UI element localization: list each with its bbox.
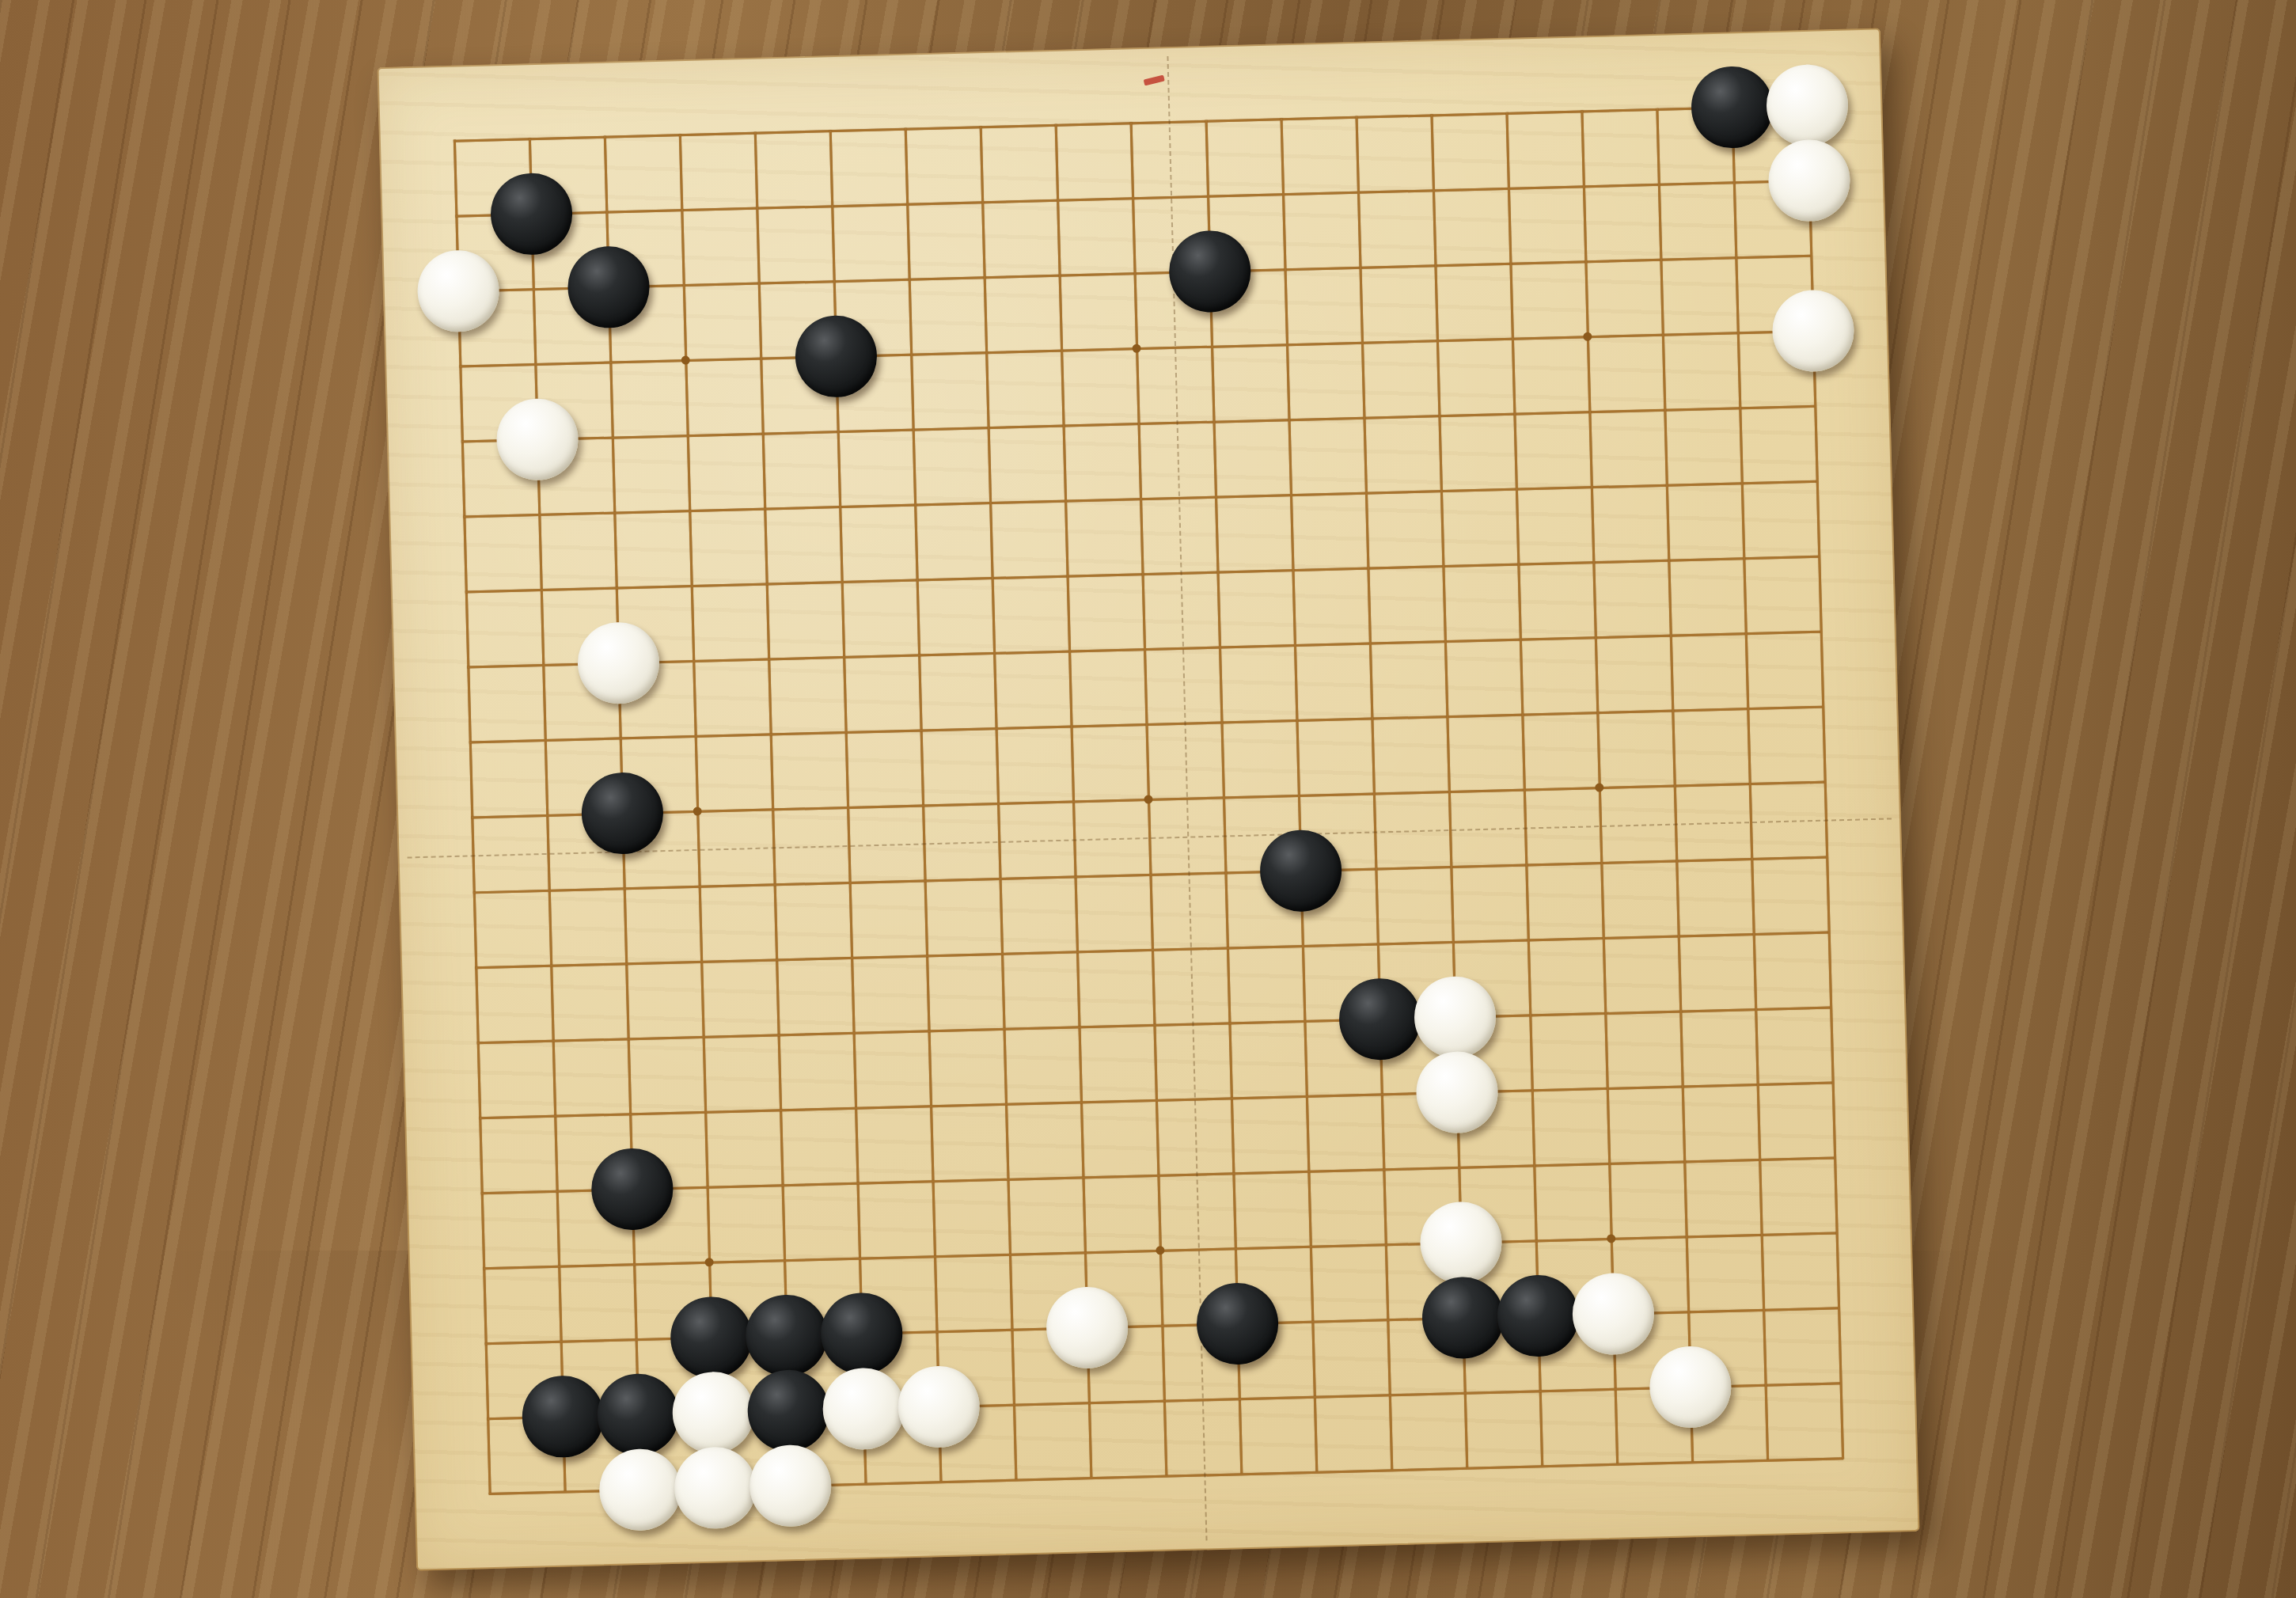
white-stone[interactable] <box>822 1367 905 1450</box>
black-stone[interactable] <box>489 172 572 255</box>
white-stone[interactable] <box>1045 1285 1128 1368</box>
black-stone[interactable] <box>1167 230 1250 313</box>
white-stone[interactable] <box>748 1444 831 1527</box>
white-stone[interactable] <box>1415 1050 1498 1133</box>
black-stone[interactable] <box>580 771 663 854</box>
black-stone[interactable] <box>819 1292 902 1375</box>
go-board <box>377 28 1919 1570</box>
black-stone[interactable] <box>590 1147 674 1230</box>
white-stone[interactable] <box>1765 63 1848 146</box>
black-stone[interactable] <box>744 1293 827 1376</box>
black-stone[interactable] <box>521 1375 604 1458</box>
black-stone[interactable] <box>746 1368 829 1452</box>
white-stone[interactable] <box>598 1448 681 1531</box>
white-stone[interactable] <box>1767 139 1850 222</box>
white-stone[interactable] <box>673 1446 756 1529</box>
white-stone[interactable] <box>576 621 659 704</box>
white-stone[interactable] <box>1571 1272 1654 1355</box>
black-stone[interactable] <box>1338 977 1421 1060</box>
table-scene <box>0 0 2296 1598</box>
stones <box>377 28 1919 1570</box>
white-stone[interactable] <box>671 1371 754 1454</box>
white-stone[interactable] <box>416 249 499 332</box>
black-stone[interactable] <box>1690 65 1773 148</box>
black-stone[interactable] <box>1496 1273 1579 1357</box>
black-stone[interactable] <box>1258 829 1342 912</box>
white-stone[interactable] <box>897 1365 980 1448</box>
white-stone[interactable] <box>495 397 579 480</box>
black-stone[interactable] <box>794 314 877 397</box>
black-stone[interactable] <box>596 1372 679 1456</box>
white-stone[interactable] <box>1419 1201 1502 1284</box>
white-stone[interactable] <box>1771 289 1854 372</box>
white-stone[interactable] <box>1413 975 1496 1058</box>
black-stone[interactable] <box>1421 1276 1504 1359</box>
white-stone[interactable] <box>1649 1345 1732 1428</box>
black-stone[interactable] <box>567 245 650 328</box>
black-stone[interactable] <box>1195 1281 1278 1365</box>
black-stone[interactable] <box>669 1296 752 1379</box>
